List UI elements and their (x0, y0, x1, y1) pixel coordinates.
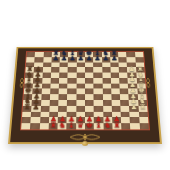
board-square[interactable]: ♟ (60, 57, 69, 62)
board-square[interactable]: ♞ (103, 123, 112, 129)
board-square[interactable] (130, 123, 139, 129)
board-square[interactable]: ♟ (68, 57, 76, 62)
floral-ornament-right (143, 77, 153, 88)
red south army-n-piece[interactable]: ♞ (59, 122, 66, 129)
board-square[interactable]: ♟ (110, 57, 119, 62)
navy-blue north army-p-piece[interactable]: ♟ (52, 56, 59, 62)
red south army-r-piece[interactable]: ♜ (113, 122, 120, 129)
board-square[interactable]: ♜ (22, 106, 31, 112)
board-square[interactable]: ♟ (31, 106, 40, 112)
clasp-knob[interactable] (82, 141, 88, 146)
red south army-q-piece[interactable]: ♛ (77, 122, 84, 129)
board-square[interactable] (139, 123, 149, 129)
red south army-b-piece[interactable]: ♝ (95, 122, 102, 129)
board-square[interactable]: ♟ (129, 106, 138, 112)
board-square[interactable]: ♞ (58, 123, 67, 129)
product-photo-scene: ♜♞♝♛♚♝♞♜♟♟♟♟♟♟♟♟♜♟♟♜♞♟♟♞♝♟♟♝♛♟♟♛♚♟♟♚♝♟♟♝… (0, 0, 170, 170)
board-square[interactable]: ♟ (102, 57, 111, 62)
navy-blue north army-p-piece[interactable]: ♟ (103, 56, 110, 62)
brown west army-r-piece[interactable]: ♜ (23, 105, 30, 112)
cream east army-r-piece[interactable]: ♜ (139, 105, 146, 112)
red south army-k-piece[interactable]: ♚ (86, 122, 93, 129)
board-playfield: ♜♞♝♛♚♝♞♜♟♟♟♟♟♟♟♟♜♟♟♜♞♟♟♞♝♟♟♝♛♟♟♛♚♟♟♚♝♟♟♝… (20, 51, 150, 130)
board-grid: ♜♞♝♛♚♝♞♜♟♟♟♟♟♟♟♟♜♟♟♜♞♟♟♞♝♟♟♝♛♟♟♛♚♟♟♚♝♟♟♝… (21, 52, 149, 129)
navy-blue north army-p-piece[interactable]: ♟ (94, 56, 101, 62)
board-square[interactable] (39, 123, 48, 129)
board-square[interactable] (21, 123, 31, 129)
board-square[interactable]: ♝ (67, 123, 76, 129)
navy-blue north army-p-piece[interactable]: ♟ (86, 56, 93, 62)
navy-blue north army-p-piece[interactable]: ♟ (78, 56, 85, 62)
board-square[interactable]: ♟ (77, 57, 85, 62)
board-square[interactable] (121, 123, 130, 129)
board-square[interactable]: ♟ (85, 57, 93, 62)
navy-blue north army-p-piece[interactable]: ♟ (61, 56, 68, 62)
chess-board-box: ♜♞♝♛♚♝♞♜♟♟♟♟♟♟♟♟♜♟♟♜♞♟♟♞♝♟♟♝♛♟♟♛♚♟♟♚♝♟♟♝… (8, 47, 162, 144)
navy-blue north army-p-piece[interactable]: ♟ (69, 56, 76, 62)
floral-ornament-left (17, 77, 27, 88)
board-square[interactable]: ♟ (51, 57, 60, 62)
board-square[interactable] (30, 123, 39, 129)
board-square[interactable]: ♟ (93, 57, 101, 62)
board-square[interactable]: ♛ (76, 123, 85, 129)
red south army-n-piece[interactable]: ♞ (104, 122, 111, 129)
board-square[interactable]: ♜ (112, 123, 121, 129)
red south army-r-piece[interactable]: ♜ (50, 122, 57, 129)
floral-ornament-bottom (68, 133, 102, 141)
brown west army-p-piece[interactable]: ♟ (32, 105, 39, 112)
board-square[interactable]: ♝ (94, 123, 103, 129)
board-square[interactable]: ♜ (48, 123, 57, 129)
board-square[interactable]: ♚ (85, 123, 94, 129)
navy-blue north army-p-piece[interactable]: ♟ (111, 56, 118, 62)
cream east army-p-piece[interactable]: ♟ (130, 105, 137, 112)
red south army-b-piece[interactable]: ♝ (68, 122, 75, 129)
board-square[interactable]: ♜ (138, 106, 147, 112)
